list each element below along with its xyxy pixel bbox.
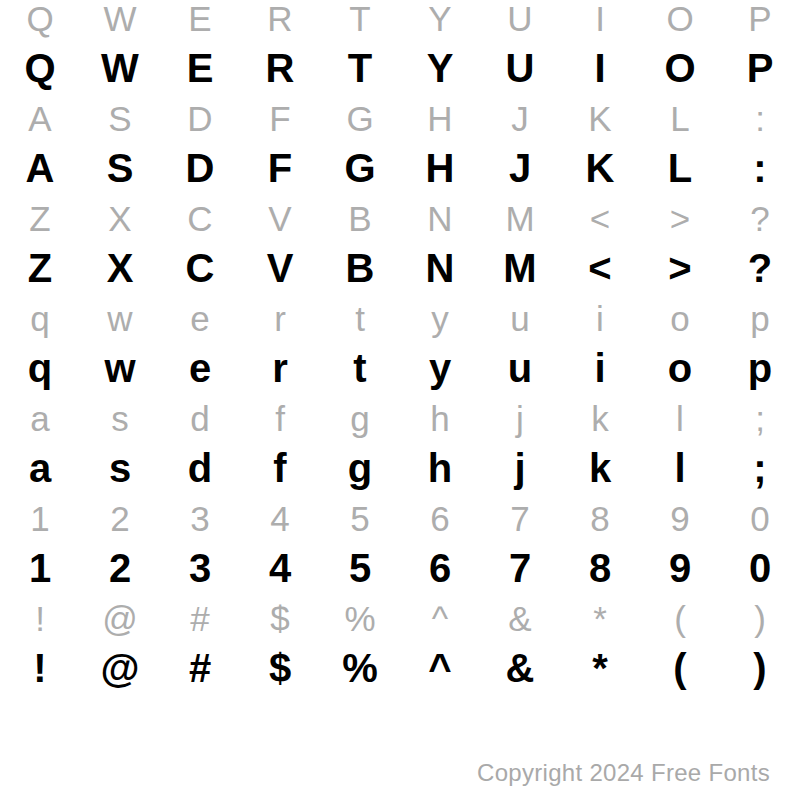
- char-cell-light: e: [160, 293, 240, 343]
- char-cell-bold: K: [560, 143, 640, 193]
- char-cell-bold: M: [480, 243, 560, 293]
- char-cell-light: O: [640, 0, 720, 43]
- char-cell-light: C: [160, 193, 240, 243]
- char-cell-bold: j: [480, 443, 560, 493]
- char-cell-light: X: [80, 193, 160, 243]
- char-cell-bold: g: [320, 443, 400, 493]
- char-cell-bold: t: [320, 343, 400, 393]
- char-cell-light: q: [0, 293, 80, 343]
- char-cell-bold: &: [480, 643, 560, 693]
- char-cell-light: Q: [0, 0, 80, 43]
- char-cell-light: R: [240, 0, 320, 43]
- char-cell-bold: 8: [560, 543, 640, 593]
- char-cell-bold: V: [240, 243, 320, 293]
- char-cell-bold: i: [560, 343, 640, 393]
- char-cell-light: p: [720, 293, 800, 343]
- char-cell-light: 4: [240, 493, 320, 543]
- char-cell-light: L: [640, 93, 720, 143]
- char-cell-bold: ^: [400, 643, 480, 693]
- char-cell-bold: w: [80, 343, 160, 393]
- char-cell-light: P: [720, 0, 800, 43]
- char-cell-bold: *: [560, 643, 640, 693]
- char-cell-bold: $: [240, 643, 320, 693]
- char-cell-bold: >: [640, 243, 720, 293]
- char-cell-light: ^: [400, 593, 480, 643]
- char-cell-bold: q: [0, 343, 80, 393]
- char-cell-bold: O: [640, 43, 720, 93]
- char-cell-light: g: [320, 393, 400, 443]
- char-cell-bold: Y: [400, 43, 480, 93]
- char-cell-light: H: [400, 93, 480, 143]
- char-cell-bold: X: [80, 243, 160, 293]
- char-cell-light: V: [240, 193, 320, 243]
- char-cell-bold: J: [480, 143, 560, 193]
- char-cell-bold: ): [720, 643, 800, 693]
- char-cell-light: E: [160, 0, 240, 43]
- char-cell-bold: h: [400, 443, 480, 493]
- char-cell-bold: s: [80, 443, 160, 493]
- char-cell-light: k: [560, 393, 640, 443]
- char-cell-bold: H: [400, 143, 480, 193]
- char-cell-bold: r: [240, 343, 320, 393]
- char-cell-light: %: [320, 593, 400, 643]
- char-cell-light: t: [320, 293, 400, 343]
- char-cell-bold: Q: [0, 43, 80, 93]
- char-cell-bold: B: [320, 243, 400, 293]
- char-cell-bold: ?: [720, 243, 800, 293]
- char-cell-light: B: [320, 193, 400, 243]
- char-cell-bold: @: [80, 643, 160, 693]
- char-cell-light: T: [320, 0, 400, 43]
- char-cell-bold: e: [160, 343, 240, 393]
- char-cell-bold: 6: [400, 543, 480, 593]
- char-cell-bold: l: [640, 443, 720, 493]
- char-cell-light: Y: [400, 0, 480, 43]
- char-cell-light: u: [480, 293, 560, 343]
- char-cell-bold: W: [80, 43, 160, 93]
- char-cell-light: #: [160, 593, 240, 643]
- char-cell-light: 0: [720, 493, 800, 543]
- char-cell-light: o: [640, 293, 720, 343]
- char-cell-light: G: [320, 93, 400, 143]
- char-cell-bold: 1: [0, 543, 80, 593]
- char-cell-bold: L: [640, 143, 720, 193]
- char-cell-light: <: [560, 193, 640, 243]
- char-cell-light: 7: [480, 493, 560, 543]
- char-cell-light: h: [400, 393, 480, 443]
- char-cell-light: d: [160, 393, 240, 443]
- char-cell-light: D: [160, 93, 240, 143]
- char-cell-light: 9: [640, 493, 720, 543]
- char-cell-bold: T: [320, 43, 400, 93]
- char-cell-light: S: [80, 93, 160, 143]
- char-cell-bold: 3: [160, 543, 240, 593]
- char-cell-light: *: [560, 593, 640, 643]
- char-cell-light: f: [240, 393, 320, 443]
- char-cell-bold: k: [560, 443, 640, 493]
- char-cell-bold: 7: [480, 543, 560, 593]
- char-cell-bold: y: [400, 343, 480, 393]
- char-cell-bold: (: [640, 643, 720, 693]
- char-cell-light: i: [560, 293, 640, 343]
- char-cell-bold: A: [0, 143, 80, 193]
- char-cell-light: 1: [0, 493, 80, 543]
- char-cell-light: $: [240, 593, 320, 643]
- char-cell-light: 8: [560, 493, 640, 543]
- char-cell-light: Z: [0, 193, 80, 243]
- char-cell-light: 5: [320, 493, 400, 543]
- char-cell-bold: G: [320, 143, 400, 193]
- char-cell-bold: 2: [80, 543, 160, 593]
- char-cell-light: N: [400, 193, 480, 243]
- char-cell-bold: :: [720, 143, 800, 193]
- char-cell-bold: ;: [720, 443, 800, 493]
- char-cell-light: l: [640, 393, 720, 443]
- char-cell-light: y: [400, 293, 480, 343]
- char-cell-light: 6: [400, 493, 480, 543]
- character-map-board: QWERTYUIOPQWERTYUIOPASDFGHJKL:ASDFGHJKL:…: [0, 0, 800, 693]
- char-cell-light: a: [0, 393, 80, 443]
- char-cell-bold: f: [240, 443, 320, 493]
- char-cell-bold: <: [560, 243, 640, 293]
- char-cell-light: A: [0, 93, 80, 143]
- char-cell-light: :: [720, 93, 800, 143]
- char-cell-light: K: [560, 93, 640, 143]
- char-cell-light: ?: [720, 193, 800, 243]
- char-cell-light: W: [80, 0, 160, 43]
- char-cell-light: ): [720, 593, 800, 643]
- char-cell-bold: Z: [0, 243, 80, 293]
- char-cell-light: ;: [720, 393, 800, 443]
- char-cell-bold: 5: [320, 543, 400, 593]
- char-cell-bold: C: [160, 243, 240, 293]
- char-cell-light: F: [240, 93, 320, 143]
- char-cell-bold: o: [640, 343, 720, 393]
- char-cell-light: 2: [80, 493, 160, 543]
- char-cell-light: @: [80, 593, 160, 643]
- char-cell-light: I: [560, 0, 640, 43]
- char-cell-light: J: [480, 93, 560, 143]
- copyright-watermark: Copyright 2024 Free Fonts: [477, 759, 770, 787]
- char-cell-light: r: [240, 293, 320, 343]
- char-cell-bold: 4: [240, 543, 320, 593]
- char-cell-light: >: [640, 193, 720, 243]
- char-cell-bold: 9: [640, 543, 720, 593]
- char-cell-bold: R: [240, 43, 320, 93]
- char-cell-bold: N: [400, 243, 480, 293]
- char-cell-bold: 0: [720, 543, 800, 593]
- char-cell-bold: %: [320, 643, 400, 693]
- char-cell-light: s: [80, 393, 160, 443]
- char-cell-bold: d: [160, 443, 240, 493]
- char-cell-light: &: [480, 593, 560, 643]
- char-cell-bold: E: [160, 43, 240, 93]
- char-cell-light: M: [480, 193, 560, 243]
- char-cell-bold: F: [240, 143, 320, 193]
- char-cell-bold: u: [480, 343, 560, 393]
- char-cell-light: (: [640, 593, 720, 643]
- char-cell-light: U: [480, 0, 560, 43]
- char-cell-bold: I: [560, 43, 640, 93]
- char-cell-light: j: [480, 393, 560, 443]
- char-cell-light: !: [0, 593, 80, 643]
- char-cell-bold: !: [0, 643, 80, 693]
- char-cell-bold: D: [160, 143, 240, 193]
- char-cell-bold: a: [0, 443, 80, 493]
- character-grid: QWERTYUIOPQWERTYUIOPASDFGHJKL:ASDFGHJKL:…: [0, 0, 800, 693]
- char-cell-bold: S: [80, 143, 160, 193]
- char-cell-light: 3: [160, 493, 240, 543]
- char-cell-bold: U: [480, 43, 560, 93]
- char-cell-bold: P: [720, 43, 800, 93]
- char-cell-bold: #: [160, 643, 240, 693]
- char-cell-light: w: [80, 293, 160, 343]
- char-cell-bold: p: [720, 343, 800, 393]
